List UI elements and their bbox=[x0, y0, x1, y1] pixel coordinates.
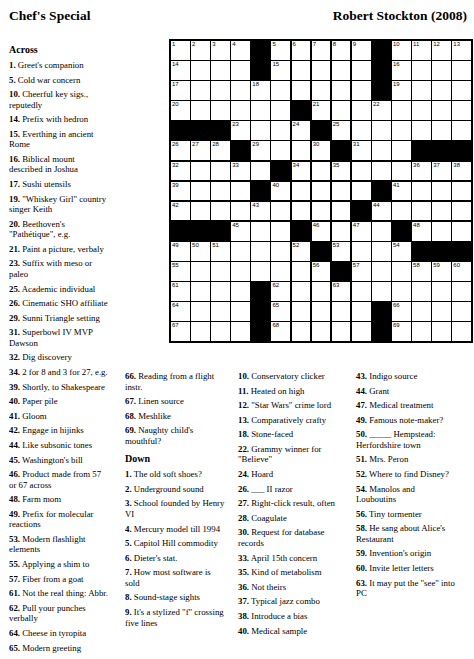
down-clues-column-2: 10. Conservatory clicker11. Heated on hi… bbox=[238, 371, 355, 640]
cell-r13c8[interactable] bbox=[312, 282, 331, 301]
clue-across-26[interactable]: 26. Cinematic SHO affiliate bbox=[9, 298, 161, 309]
cell-r1c15[interactable]: 13 bbox=[452, 41, 471, 60]
cell-r12c2[interactable] bbox=[191, 262, 210, 281]
cell-r5c10[interactable] bbox=[352, 121, 371, 140]
cell-r5c13[interactable] bbox=[412, 121, 431, 140]
cell-r8c1[interactable]: 39 bbox=[171, 182, 190, 201]
cell-r14c12[interactable]: 66 bbox=[392, 302, 411, 321]
cell-r2c13[interactable] bbox=[412, 61, 431, 80]
clue-number: 68. bbox=[125, 411, 136, 421]
cell-r15c10[interactable] bbox=[352, 322, 371, 341]
cell-r3c2[interactable] bbox=[191, 81, 210, 100]
cell-r4c8[interactable]: 21 bbox=[312, 101, 331, 120]
cell-r10c5[interactable] bbox=[251, 222, 270, 241]
clue-number: 40. bbox=[238, 626, 249, 636]
cell-r9c4[interactable] bbox=[231, 202, 250, 221]
cell-r4c2[interactable] bbox=[191, 101, 210, 120]
cell-r13c3[interactable] bbox=[211, 282, 230, 301]
clue-down-11[interactable]: 11. Heated on high bbox=[238, 386, 355, 397]
cell-r5c5[interactable] bbox=[251, 121, 270, 140]
clue-across-65[interactable]: 65. Modern greeting bbox=[9, 643, 161, 654]
clue-number: 41. bbox=[9, 411, 20, 421]
cell-r3c4[interactable] bbox=[231, 81, 250, 100]
block-r8c5 bbox=[251, 182, 270, 201]
cell-r8c7[interactable] bbox=[292, 182, 311, 201]
cell-r14c3[interactable] bbox=[211, 302, 230, 321]
cell-number: 59 bbox=[433, 262, 440, 269]
cell-r15c15[interactable] bbox=[452, 322, 471, 341]
cell-r4c14[interactable] bbox=[432, 101, 451, 120]
cell-number: 47 bbox=[353, 222, 360, 229]
clue-down-27[interactable]: 27. Right-click result, often bbox=[238, 498, 355, 509]
cell-r2c7[interactable] bbox=[292, 61, 311, 80]
cell-r6c5[interactable]: 29 bbox=[251, 141, 270, 160]
clue-across-16[interactable]: 16. Biblical mount described in Joshua bbox=[9, 154, 161, 175]
cell-r5c7[interactable]: 24 bbox=[292, 121, 311, 140]
cell-r12c6[interactable] bbox=[271, 262, 290, 281]
cell-r7c9[interactable]: 35 bbox=[332, 162, 351, 181]
cell-r10c4[interactable]: 45 bbox=[231, 222, 250, 241]
cell-r11c3[interactable]: 51 bbox=[211, 242, 230, 261]
cell-r2c1[interactable]: 14 bbox=[171, 61, 190, 80]
cell-r8c4[interactable] bbox=[231, 182, 250, 201]
clue-down-60[interactable]: 60. Invite letter letters bbox=[356, 563, 473, 574]
cell-r12c14[interactable]: 59 bbox=[432, 262, 451, 281]
cell-r9c14[interactable] bbox=[432, 202, 451, 221]
cell-number: 10 bbox=[393, 41, 400, 48]
clue-down-59[interactable]: 59. Invention's origin bbox=[356, 548, 473, 559]
clue-down-1[interactable]: 1. The old soft shoes? bbox=[125, 469, 238, 480]
cell-r7c14[interactable]: 37 bbox=[432, 162, 451, 181]
cell-r2c15[interactable] bbox=[452, 61, 471, 80]
cell-r10c10[interactable]: 47 bbox=[352, 222, 371, 241]
cell-r7c1[interactable]: 32 bbox=[171, 162, 190, 181]
cell-number: 38 bbox=[453, 162, 460, 169]
cell-r6c7[interactable] bbox=[292, 141, 311, 160]
cell-r15c2[interactable] bbox=[191, 322, 210, 341]
cell-r8c15[interactable] bbox=[452, 182, 471, 201]
clue-down-51[interactable]: 51. Mrs. Peron bbox=[356, 454, 473, 465]
clue-number: 60. bbox=[356, 563, 367, 573]
cell-r5c12[interactable] bbox=[392, 121, 411, 140]
cell-r9c6[interactable] bbox=[271, 202, 290, 221]
cell-r14c10[interactable] bbox=[352, 302, 371, 321]
cell-r2c8[interactable] bbox=[312, 61, 331, 80]
clue-down-52[interactable]: 52. Where to find Disney? bbox=[356, 469, 473, 480]
cell-r2c14[interactable] bbox=[432, 61, 451, 80]
clue-down-8[interactable]: 8. Sound-stage sights bbox=[125, 592, 238, 603]
cell-r1c3[interactable]: 3 bbox=[211, 41, 230, 60]
cell-r14c8[interactable] bbox=[312, 302, 331, 321]
cell-r9c5[interactable]: 43 bbox=[251, 202, 270, 221]
cell-r3c1[interactable]: 17 bbox=[171, 81, 190, 100]
clue-down-7[interactable]: 7. How most software is sold bbox=[125, 567, 238, 588]
clue-down-56[interactable]: 56. Tiny tormenter bbox=[356, 509, 473, 520]
cell-r11c9[interactable]: 53 bbox=[332, 242, 351, 261]
clue-across-15[interactable]: 15. Everthing in ancient Rome bbox=[9, 129, 161, 150]
cell-r12c13[interactable]: 58 bbox=[412, 262, 431, 281]
cell-r13c15[interactable] bbox=[452, 282, 471, 301]
cell-r14c9[interactable] bbox=[332, 302, 351, 321]
cell-r11c7[interactable]: 52 bbox=[292, 242, 311, 261]
clue-across-25[interactable]: 25. Academic individual bbox=[9, 284, 161, 295]
cell-r4c13[interactable] bbox=[412, 101, 431, 120]
cell-r5c4[interactable]: 23 bbox=[231, 121, 250, 140]
cell-r1c14[interactable]: 12 bbox=[432, 41, 451, 60]
cell-r7c3[interactable] bbox=[211, 162, 230, 181]
cell-r14c7[interactable] bbox=[292, 302, 311, 321]
cell-r15c8[interactable] bbox=[312, 322, 331, 341]
cell-r9c9[interactable] bbox=[332, 202, 351, 221]
clue-across-10[interactable]: 10. Cheerful key sigs., reputedly bbox=[9, 89, 161, 110]
clue-down-43[interactable]: 43. Indigo source bbox=[356, 371, 473, 382]
cell-r14c13[interactable] bbox=[412, 302, 431, 321]
cell-r11c10[interactable] bbox=[352, 242, 371, 261]
clue-down-9[interactable]: 9. It's a stylized "f" crossing five lin… bbox=[125, 607, 238, 628]
cell-r5c11[interactable] bbox=[372, 121, 391, 140]
cell-r8c9[interactable] bbox=[332, 182, 351, 201]
clue-across-14[interactable]: 14. Prefix with hedron bbox=[9, 114, 161, 125]
cell-r1c10[interactable]: 9 bbox=[352, 41, 371, 60]
cell-r1c6[interactable]: 5 bbox=[271, 41, 290, 60]
cell-r6c1[interactable]: 26 bbox=[171, 141, 190, 160]
cell-r10c8[interactable]: 46 bbox=[312, 222, 331, 241]
cell-r14c4[interactable] bbox=[231, 302, 250, 321]
cell-r7c5[interactable] bbox=[251, 162, 270, 181]
clue-number: 50. bbox=[356, 429, 367, 439]
cell-r5c9[interactable]: 25 bbox=[332, 121, 351, 140]
cell-number: 19 bbox=[393, 81, 400, 88]
cell-r3c13[interactable] bbox=[412, 81, 431, 100]
cell-r9c1[interactable]: 42 bbox=[171, 202, 190, 221]
cell-r2c12[interactable]: 16 bbox=[392, 61, 411, 80]
cell-r1c4[interactable]: 4 bbox=[231, 41, 250, 60]
cell-number: 18 bbox=[252, 81, 259, 88]
cell-r7c7[interactable]: 34 bbox=[292, 162, 311, 181]
cell-r3c14[interactable] bbox=[432, 81, 451, 100]
cell-r2c10[interactable] bbox=[352, 61, 371, 80]
clue-number: 10. bbox=[9, 89, 20, 99]
clue-number: 4. bbox=[125, 524, 132, 534]
cell-r3c8[interactable] bbox=[312, 81, 331, 100]
clue-number: 65. bbox=[9, 643, 20, 653]
clue-across-17[interactable]: 17. Sushi utensils bbox=[9, 179, 161, 190]
block-r6c4 bbox=[231, 141, 250, 160]
clue-across-66[interactable]: 66. Reading from a flight instr. bbox=[125, 371, 238, 392]
cell-r7c4[interactable]: 33 bbox=[231, 162, 250, 181]
clue-down-28[interactable]: 28. Coagulate bbox=[238, 513, 355, 524]
clue-down-13[interactable]: 13. Comparatively crafty bbox=[238, 415, 355, 426]
cell-r6c10[interactable]: 31 bbox=[352, 141, 371, 160]
clue-down-37[interactable]: 37. Typical jazz combo bbox=[238, 596, 355, 607]
clue-across-1[interactable]: 1. Greet's companion bbox=[9, 60, 161, 71]
clue-down-18[interactable]: 18. Stone-faced bbox=[238, 429, 355, 440]
cell-r13c13[interactable] bbox=[412, 282, 431, 301]
cell-r7c13[interactable]: 36 bbox=[412, 162, 431, 181]
clue-down-35[interactable]: 35. Kind of metabolism bbox=[238, 567, 355, 578]
clue-down-12[interactable]: 12. "Star Wars" crime lord bbox=[238, 400, 355, 411]
clue-down-6[interactable]: 6. Dieter's stat. bbox=[125, 553, 238, 564]
clue-across-69[interactable]: 69. Naughty child's mouthful? bbox=[125, 425, 238, 446]
clue-across-32[interactable]: 32. Dig discovery bbox=[9, 352, 161, 363]
cell-number: 60 bbox=[453, 262, 460, 269]
cell-r5c6[interactable] bbox=[271, 121, 290, 140]
cell-r8c2[interactable] bbox=[191, 182, 210, 201]
cell-r6c3[interactable]: 28 bbox=[211, 141, 230, 160]
clue-down-24[interactable]: 24. Hoard bbox=[238, 469, 355, 480]
cell-r7c12[interactable] bbox=[392, 162, 411, 181]
cell-r9c8[interactable] bbox=[312, 202, 331, 221]
clue-across-67[interactable]: 67. Linen source bbox=[125, 396, 238, 407]
cell-r2c4[interactable] bbox=[231, 61, 250, 80]
cell-r10c15[interactable] bbox=[452, 222, 471, 241]
cell-r11c12[interactable]: 54 bbox=[392, 242, 411, 261]
cell-r3c12[interactable]: 19 bbox=[392, 81, 411, 100]
clue-down-38[interactable]: 38. Introduce a bias bbox=[238, 611, 355, 622]
cell-r8c12[interactable]: 41 bbox=[392, 182, 411, 201]
clue-down-47[interactable]: 47. Medical treatment bbox=[356, 400, 473, 411]
cell-number: 32 bbox=[172, 162, 179, 169]
cell-r15c3[interactable] bbox=[211, 322, 230, 341]
cell-r10c14[interactable] bbox=[432, 222, 451, 241]
cell-r4c5[interactable] bbox=[251, 101, 270, 120]
cell-r9c7[interactable] bbox=[292, 202, 311, 221]
cell-r9c2[interactable] bbox=[191, 202, 210, 221]
cell-r6c12[interactable] bbox=[392, 141, 411, 160]
cell-r12c8[interactable]: 56 bbox=[312, 262, 331, 281]
cell-r1c9[interactable]: 8 bbox=[332, 41, 351, 60]
cell-r3c6[interactable] bbox=[271, 81, 290, 100]
block-r6c9 bbox=[332, 141, 351, 160]
cell-r9c13[interactable] bbox=[412, 202, 431, 221]
cell-r7c11[interactable] bbox=[372, 162, 391, 181]
cell-r4c1[interactable]: 20 bbox=[171, 101, 190, 120]
cell-r3c5[interactable]: 18 bbox=[251, 81, 270, 100]
cell-number: 42 bbox=[172, 202, 179, 209]
cell-r8c6[interactable]: 40 bbox=[271, 182, 290, 201]
clue-down-40[interactable]: 40. Medical sample bbox=[238, 626, 355, 637]
cell-r10c9[interactable] bbox=[332, 222, 351, 241]
clue-down-33[interactable]: 33. April 15th concern bbox=[238, 553, 355, 564]
clue-down-3[interactable]: 3. School founded by Henry VI bbox=[125, 498, 238, 519]
cell-r13c11[interactable] bbox=[372, 282, 391, 301]
cell-r13c12[interactable] bbox=[392, 282, 411, 301]
clue-number: 48. bbox=[9, 494, 20, 504]
cell-r11c4[interactable] bbox=[231, 242, 250, 261]
cell-r15c7[interactable] bbox=[292, 322, 311, 341]
cell-r8c14[interactable] bbox=[432, 182, 451, 201]
cell-r15c9[interactable] bbox=[332, 322, 351, 341]
cell-number: 27 bbox=[192, 141, 199, 148]
cell-r4c10[interactable] bbox=[352, 101, 371, 120]
clue-down-44[interactable]: 44. Grant bbox=[356, 386, 473, 397]
cell-r8c10[interactable] bbox=[352, 182, 371, 201]
cell-r6c2[interactable]: 27 bbox=[191, 141, 210, 160]
clue-number: 37. bbox=[238, 596, 249, 606]
cell-r4c3[interactable] bbox=[211, 101, 230, 120]
clue-across-29[interactable]: 29. Sunni Triangle setting bbox=[9, 313, 161, 324]
cell-r2c3[interactable] bbox=[211, 61, 230, 80]
clue-number: 18. bbox=[238, 429, 249, 439]
clue-across-23[interactable]: 23. Suffix with meso or paleo bbox=[9, 258, 161, 279]
clue-across-68[interactable]: 68. Meshlike bbox=[125, 411, 238, 422]
cell-r12c3[interactable] bbox=[211, 262, 230, 281]
cell-number: 49 bbox=[172, 242, 179, 249]
cell-r12c11[interactable] bbox=[372, 262, 391, 281]
clue-across-20[interactable]: 20. Beethoven's "Pathétique", e.g. bbox=[9, 219, 161, 240]
cell-number: 9 bbox=[353, 41, 356, 48]
down-clue-list-3: 43. Indigo source44. Grant47. Medical tr… bbox=[356, 371, 473, 599]
cell-number: 22 bbox=[373, 101, 380, 108]
cell-r13c9[interactable]: 63 bbox=[332, 282, 351, 301]
cell-r15c6[interactable]: 68 bbox=[271, 322, 290, 341]
cell-r7c10[interactable] bbox=[352, 162, 371, 181]
cell-r13c6[interactable]: 62 bbox=[271, 282, 290, 301]
cell-number: 64 bbox=[172, 302, 179, 309]
block-r6c14 bbox=[432, 141, 451, 160]
cell-r5c14[interactable] bbox=[432, 121, 451, 140]
clue-down-22[interactable]: 22. Grammy winner for "Believe" bbox=[238, 444, 355, 465]
clue-across-5[interactable]: 5. Cold war concern bbox=[9, 75, 161, 86]
across-clue-list-overflow: 66. Reading from a flight instr.67. Line… bbox=[125, 371, 238, 446]
clue-down-10[interactable]: 10. Conservatory clicker bbox=[238, 371, 355, 382]
cell-r15c13[interactable] bbox=[412, 322, 431, 341]
clue-across-21[interactable]: 21. Paint a picture, verbaly bbox=[9, 244, 161, 255]
cell-r8c3[interactable] bbox=[211, 182, 230, 201]
cell-r8c13[interactable] bbox=[412, 182, 431, 201]
cell-r11c1[interactable]: 49 bbox=[171, 242, 190, 261]
clue-number: 22. bbox=[238, 444, 249, 454]
clue-down-2[interactable]: 2. Underground sound bbox=[125, 484, 238, 495]
cell-r15c12[interactable]: 69 bbox=[392, 322, 411, 341]
block-r15c11 bbox=[372, 322, 391, 341]
cell-r11c11[interactable] bbox=[372, 242, 391, 261]
clue-across-31[interactable]: 31. Superbowl IV MVP Dawson bbox=[9, 327, 161, 348]
cell-number: 24 bbox=[293, 121, 300, 128]
cell-r2c2[interactable] bbox=[191, 61, 210, 80]
cell-r4c4[interactable] bbox=[231, 101, 250, 120]
clue-number: 35. bbox=[238, 567, 249, 577]
cell-r4c9[interactable] bbox=[332, 101, 351, 120]
cell-r10c11[interactable] bbox=[372, 222, 391, 241]
cell-r6c11[interactable] bbox=[372, 141, 391, 160]
cell-number: 28 bbox=[212, 141, 219, 148]
clue-down-30[interactable]: 30. Request for database records bbox=[238, 527, 355, 548]
cell-r3c15[interactable] bbox=[452, 81, 471, 100]
cell-r14c15[interactable] bbox=[452, 302, 471, 321]
cell-r14c14[interactable] bbox=[432, 302, 451, 321]
cell-r9c15[interactable] bbox=[452, 202, 471, 221]
cell-r8c8[interactable] bbox=[312, 182, 331, 201]
block-r11c13 bbox=[412, 242, 431, 261]
cell-r14c6[interactable]: 65 bbox=[271, 302, 290, 321]
cell-r3c9[interactable] bbox=[332, 81, 351, 100]
cell-r5c15[interactable] bbox=[452, 121, 471, 140]
cell-r4c11[interactable]: 22 bbox=[372, 101, 391, 120]
cell-number: 34 bbox=[293, 162, 300, 169]
clue-number: 46. bbox=[9, 469, 20, 479]
cell-r12c1[interactable]: 55 bbox=[171, 262, 190, 281]
cell-r15c14[interactable] bbox=[432, 322, 451, 341]
cell-number: 21 bbox=[313, 101, 320, 108]
cell-r1c13[interactable]: 11 bbox=[412, 41, 431, 60]
clue-down-49[interactable]: 49. Famous note-maker? bbox=[356, 415, 473, 426]
cell-r13c7[interactable] bbox=[292, 282, 311, 301]
cell-r6c8[interactable]: 30 bbox=[312, 141, 331, 160]
cell-r12c12[interactable] bbox=[392, 262, 411, 281]
cell-r12c5[interactable] bbox=[251, 262, 270, 281]
cell-r1c2[interactable]: 2 bbox=[191, 41, 210, 60]
cell-r1c7[interactable]: 6 bbox=[292, 41, 311, 60]
cell-r3c3[interactable] bbox=[211, 81, 230, 100]
cell-number: 12 bbox=[433, 41, 440, 48]
block-r5c8 bbox=[312, 121, 331, 140]
cell-r12c7[interactable] bbox=[292, 262, 311, 281]
cell-r7c15[interactable]: 38 bbox=[452, 162, 471, 181]
clue-number: 3. bbox=[125, 498, 132, 508]
cell-r4c15[interactable] bbox=[452, 101, 471, 120]
cell-r11c6[interactable] bbox=[271, 242, 290, 261]
cell-r3c7[interactable] bbox=[292, 81, 311, 100]
clue-down-26[interactable]: 26. ___ II razor bbox=[238, 484, 355, 495]
cell-r12c10[interactable]: 57 bbox=[352, 262, 371, 281]
cell-number: 17 bbox=[172, 81, 179, 88]
cell-r13c2[interactable] bbox=[191, 282, 210, 301]
cell-r11c5[interactable] bbox=[251, 242, 270, 261]
cell-r13c4[interactable] bbox=[231, 282, 250, 301]
cell-r14c2[interactable] bbox=[191, 302, 210, 321]
clue-down-58[interactable]: 58. He sang about Alice's Restaurant bbox=[356, 523, 473, 544]
clue-number: 25. bbox=[9, 284, 20, 294]
cell-r11c2[interactable]: 50 bbox=[191, 242, 210, 261]
cell-number: 52 bbox=[293, 242, 300, 249]
cell-r12c15[interactable]: 60 bbox=[452, 262, 471, 281]
cell-r9c12[interactable] bbox=[392, 202, 411, 221]
cell-r15c1[interactable]: 67 bbox=[171, 322, 190, 341]
cell-r3c10[interactable] bbox=[352, 81, 371, 100]
cell-r2c9[interactable] bbox=[332, 61, 351, 80]
cell-r7c2[interactable] bbox=[191, 162, 210, 181]
cell-r6c6[interactable] bbox=[271, 141, 290, 160]
cell-r7c8[interactable] bbox=[312, 162, 331, 181]
cell-r14c1[interactable]: 64 bbox=[171, 302, 190, 321]
clue-down-54[interactable]: 54. Manolos and Louboutins bbox=[356, 484, 473, 505]
cell-r4c12[interactable] bbox=[392, 101, 411, 120]
clue-down-4[interactable]: 4. Mercury model till 1994 bbox=[125, 524, 238, 535]
cell-r9c11[interactable]: 44 bbox=[372, 202, 391, 221]
cell-r13c14[interactable] bbox=[432, 282, 451, 301]
cell-r9c3[interactable] bbox=[211, 202, 230, 221]
cell-r13c1[interactable]: 61 bbox=[171, 282, 190, 301]
cell-r12c4[interactable] bbox=[231, 262, 250, 281]
clue-down-36[interactable]: 36. Not theirs bbox=[238, 582, 355, 593]
clue-across-19[interactable]: 19. "Whiskey Girl" country singer Keith bbox=[9, 194, 161, 215]
cell-r15c4[interactable] bbox=[231, 322, 250, 341]
cell-r2c6[interactable]: 15 bbox=[271, 61, 290, 80]
cell-r4c6[interactable] bbox=[271, 101, 290, 120]
clue-down-50[interactable]: 50. _____ Hempstead: Herfordshire town bbox=[356, 429, 473, 450]
clue-down-5[interactable]: 5. Capitol Hill commodity bbox=[125, 538, 238, 549]
clue-number: 28. bbox=[238, 513, 249, 523]
cell-r1c8[interactable]: 7 bbox=[312, 41, 331, 60]
cell-r13c10[interactable] bbox=[352, 282, 371, 301]
clue-down-63[interactable]: 63. It may put the "see" into PC bbox=[356, 578, 473, 599]
cell-r10c13[interactable]: 48 bbox=[412, 222, 431, 241]
cell-r10c6[interactable] bbox=[271, 222, 290, 241]
cell-r1c1[interactable]: 1 bbox=[171, 41, 190, 60]
cell-r1c12[interactable]: 10 bbox=[392, 41, 411, 60]
clue-number: 36. bbox=[238, 582, 249, 592]
